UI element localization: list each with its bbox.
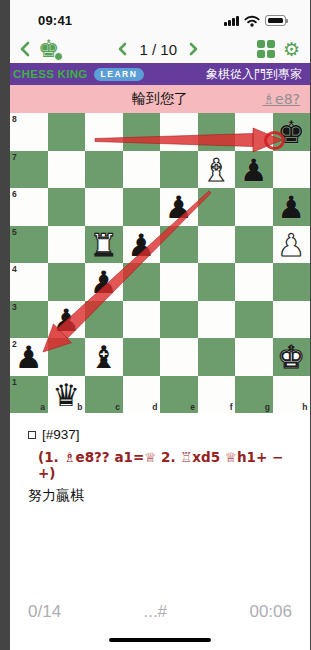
black-pawn: ♟ — [123, 226, 161, 264]
square-b8[interactable] — [48, 113, 86, 151]
square-c6[interactable] — [85, 188, 123, 226]
square-g6[interactable] — [235, 188, 273, 226]
nav-bar: ♚ 1 / 10 ⚙ — [10, 35, 310, 63]
file-label: h — [302, 402, 307, 412]
battery-icon — [265, 15, 286, 26]
square-f1[interactable]: f — [198, 376, 236, 414]
square-g2[interactable] — [235, 338, 273, 376]
square-c8[interactable] — [85, 113, 123, 151]
file-label: a — [40, 402, 45, 412]
square-e4[interactable] — [160, 263, 198, 301]
square-b7[interactable] — [48, 151, 86, 189]
square-c3[interactable] — [85, 301, 123, 339]
black-pawn: ♟ — [235, 151, 273, 189]
rank-label: 5 — [12, 227, 17, 237]
square-h4[interactable] — [273, 263, 311, 301]
learn-badge: LEARN — [94, 68, 145, 81]
square-f8[interactable] — [198, 113, 236, 151]
status-bar: 09:41 — [10, 0, 310, 35]
timer: 00:06 — [249, 602, 292, 622]
brand-name: CHESS KING — [13, 68, 88, 80]
file-label: e — [190, 402, 195, 412]
square-a8[interactable]: 8 — [10, 113, 48, 151]
square-g8[interactable] — [235, 113, 273, 151]
file-label: d — [152, 402, 157, 412]
black-pawn: ♟ — [85, 263, 123, 301]
square-a5[interactable]: 5 — [10, 226, 48, 264]
instruction-text: 努力贏棋 — [28, 487, 296, 505]
square-h2[interactable]: ♚ — [273, 338, 311, 376]
square-g7[interactable]: ♟ — [235, 151, 273, 189]
bottom-bar: 0/14 ...# 00:06 — [10, 602, 310, 622]
black-bishop: ♝ — [85, 338, 123, 376]
square-h8[interactable]: ♚ — [273, 113, 311, 151]
square-h7[interactable] — [273, 151, 311, 189]
square-d7[interactable] — [123, 151, 161, 189]
square-e3[interactable] — [160, 301, 198, 339]
file-label: c — [115, 402, 120, 412]
prev-puzzle-button[interactable] — [118, 42, 127, 56]
square-e2[interactable] — [160, 338, 198, 376]
square-f4[interactable] — [198, 263, 236, 301]
square-g4[interactable] — [235, 263, 273, 301]
square-b1[interactable]: b♛ — [48, 376, 86, 414]
square-g3[interactable] — [235, 301, 273, 339]
white-pawn: ♟ — [273, 226, 311, 264]
score-counter: 0/14 — [28, 602, 61, 622]
square-e1[interactable]: e — [160, 376, 198, 414]
black-pawn: ♟ — [160, 188, 198, 226]
square-d6[interactable] — [123, 188, 161, 226]
square-a2[interactable]: 2♟ — [10, 338, 48, 376]
square-c5[interactable]: ♜ — [85, 226, 123, 264]
square-h1[interactable]: h — [273, 376, 311, 414]
square-bullet-icon — [28, 431, 36, 439]
square-e8[interactable] — [160, 113, 198, 151]
square-f6[interactable] — [198, 188, 236, 226]
square-f5[interactable] — [198, 226, 236, 264]
wifi-icon — [244, 15, 260, 27]
course-title: 象棋從入門到專家 — [206, 66, 302, 83]
square-a4[interactable]: 4 — [10, 263, 48, 301]
square-b2[interactable] — [48, 338, 86, 376]
clock: 09:41 — [38, 13, 72, 28]
square-f3[interactable] — [198, 301, 236, 339]
square-a1[interactable]: 1a — [10, 376, 48, 414]
chess-board-grid: 8♚7♝♟6♟♟5♜♟♟4♟3♟2♟♝♚1ab♛cdefgh — [10, 113, 310, 413]
square-c1[interactable]: c — [85, 376, 123, 414]
square-h5[interactable]: ♟ — [273, 226, 311, 264]
back-button[interactable] — [20, 41, 30, 57]
goal-indicator: ...# — [143, 602, 167, 622]
turn-bar: 輪到您了 ♗e8? — [10, 85, 310, 113]
square-d3[interactable] — [123, 301, 161, 339]
square-b5[interactable] — [48, 226, 86, 264]
square-b4[interactable] — [48, 263, 86, 301]
variation-line: (1. ♗e8?? a1=♕ 2. ♖xd5 ♕h1+ −+) — [38, 449, 296, 481]
signal-icon — [224, 16, 239, 26]
square-a3[interactable]: 3 — [10, 301, 48, 339]
app-screen: 09:41 ♚ 1 / 10 ⚙ CH — [10, 0, 310, 650]
square-c2[interactable]: ♝ — [85, 338, 123, 376]
logo-badge — [54, 52, 63, 61]
settings-button[interactable]: ⚙ — [283, 40, 300, 59]
white-bishop: ♝ — [198, 151, 236, 189]
square-g1[interactable]: g — [235, 376, 273, 414]
rank-label: 7 — [12, 152, 17, 162]
square-a6[interactable]: 6 — [10, 188, 48, 226]
square-e6[interactable]: ♟ — [160, 188, 198, 226]
square-a7[interactable]: 7 — [10, 151, 48, 189]
square-f2[interactable] — [198, 338, 236, 376]
square-f7[interactable]: ♝ — [198, 151, 236, 189]
rank-label: 8 — [12, 114, 17, 124]
black-king: ♚ — [273, 113, 311, 151]
chess-board: 8♚7♝♟6♟♟5♜♟♟4♟3♟2♟♝♚1ab♛cdefgh — [10, 113, 310, 413]
rank-label: 3 — [12, 302, 17, 312]
next-puzzle-button[interactable] — [189, 42, 198, 56]
square-h3[interactable] — [273, 301, 311, 339]
square-b3[interactable]: ♟ — [48, 301, 86, 339]
move-hint-link[interactable]: ♗e8? — [262, 91, 300, 107]
status-icons — [224, 15, 286, 27]
black-pawn: ♟ — [273, 188, 311, 226]
black-pawn: ♟ — [10, 338, 48, 376]
white-king: ♚ — [273, 338, 311, 376]
turn-message: 輪到您了 — [132, 90, 188, 108]
white-rook: ♜ — [85, 226, 123, 264]
square-e5[interactable] — [160, 226, 198, 264]
square-d1[interactable]: d — [123, 376, 161, 414]
square-g5[interactable] — [235, 226, 273, 264]
puzzle-counter: 1 / 10 — [139, 41, 177, 58]
file-label: f — [230, 402, 233, 412]
file-label: g — [265, 402, 270, 412]
puzzle-id-line: [#937] — [28, 427, 296, 442]
rank-label: 6 — [12, 189, 17, 199]
square-d5[interactable]: ♟ — [123, 226, 161, 264]
square-d2[interactable] — [123, 338, 161, 376]
square-c4[interactable]: ♟ — [85, 263, 123, 301]
square-d4[interactable] — [123, 263, 161, 301]
black-queen: ♛ — [48, 376, 86, 414]
puzzle-info: [#937] (1. ♗e8?? a1=♕ 2. ♖xd5 ♕h1+ −+) 努… — [10, 413, 310, 505]
square-h6[interactable]: ♟ — [273, 188, 311, 226]
square-b6[interactable] — [48, 188, 86, 226]
puzzle-list-button[interactable] — [257, 40, 275, 58]
rank-label: 4 — [12, 264, 17, 274]
square-c7[interactable] — [85, 151, 123, 189]
puzzle-id: [#937] — [42, 427, 80, 442]
square-d8[interactable] — [123, 113, 161, 151]
home-indicator[interactable] — [109, 638, 211, 643]
chess-king-logo[interactable]: ♚ — [38, 37, 60, 61]
rank-label: 1 — [12, 377, 17, 387]
square-e7[interactable] — [160, 151, 198, 189]
black-pawn: ♟ — [48, 301, 86, 339]
brand-banner[interactable]: CHESS KING LEARN 象棋從入門到專家 — [10, 63, 310, 85]
